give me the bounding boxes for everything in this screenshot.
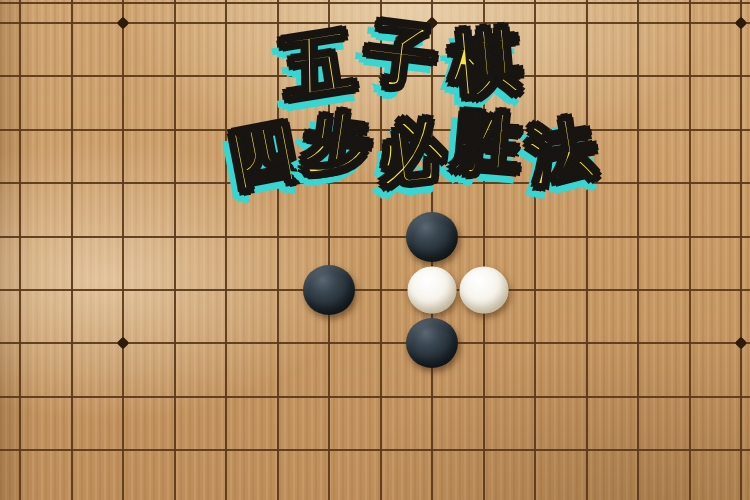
title-char: 子 — [361, 6, 456, 110]
title-line-1: 五子棋 — [282, 14, 534, 108]
grid-line-horizontal — [0, 236, 750, 238]
grid-line-horizontal — [0, 449, 750, 451]
black-stone[interactable] — [406, 318, 458, 368]
grid-line-horizontal — [0, 2, 750, 4]
black-stone[interactable] — [406, 212, 458, 262]
grid-line-horizontal — [0, 396, 750, 398]
board-photo: 五子棋 四步必胜法 — [0, 0, 750, 500]
white-stone[interactable] — [408, 267, 457, 314]
grid-line-horizontal — [0, 289, 750, 291]
title-char: 必 — [374, 103, 459, 201]
star-point — [735, 337, 748, 350]
title-char: 胜 — [450, 96, 533, 192]
star-point — [735, 17, 748, 30]
white-stone[interactable] — [459, 267, 508, 314]
star-point — [117, 17, 130, 30]
black-stone[interactable] — [303, 265, 355, 315]
title-char: 步 — [298, 95, 385, 195]
title-char: 四 — [222, 104, 313, 207]
title-line-2: 四步必胜法 — [229, 104, 604, 194]
title-char: 法 — [522, 102, 610, 203]
star-point — [117, 337, 130, 350]
grid-line-horizontal — [0, 342, 750, 344]
